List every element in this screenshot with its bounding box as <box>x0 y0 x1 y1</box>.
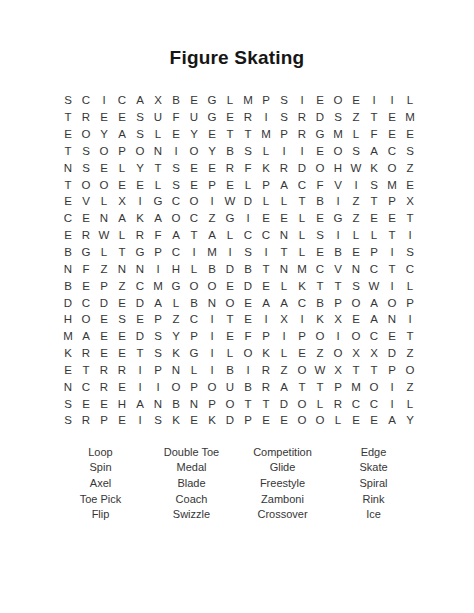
grid-cell: M <box>401 109 419 126</box>
grid-cell: T <box>311 277 329 294</box>
grid-cell: D <box>95 294 113 311</box>
grid-cell: I <box>185 244 203 261</box>
grid-cell: S <box>401 244 419 261</box>
grid-cell: A <box>149 294 167 311</box>
grid-cell: P <box>365 244 383 261</box>
grid-cell: P <box>383 362 401 379</box>
grid-cell: I <box>131 193 149 210</box>
grid-cell: B <box>311 193 329 210</box>
grid-cell: E <box>59 227 77 244</box>
grid-cell: I <box>329 193 347 210</box>
grid-cell: P <box>257 328 275 345</box>
grid-cell: E <box>203 159 221 176</box>
grid-cell: I <box>257 244 275 261</box>
grid-cell: S <box>329 109 347 126</box>
grid-cell: N <box>59 260 77 277</box>
grid-cell: K <box>293 277 311 294</box>
word-list-item: Coach <box>146 491 237 507</box>
grid-cell: T <box>239 126 257 143</box>
grid-cell: B <box>203 260 221 277</box>
grid-cell: D <box>221 260 239 277</box>
grid-cell: E <box>113 109 131 126</box>
grid-cell: C <box>185 311 203 328</box>
grid-cell: Z <box>311 345 329 362</box>
grid-cell: O <box>185 193 203 210</box>
grid-cell: E <box>257 277 275 294</box>
grid-cell: L <box>185 362 203 379</box>
grid-cell: E <box>401 176 419 193</box>
grid-cell: I <box>203 362 221 379</box>
grid-cell: G <box>221 210 239 227</box>
word-list-item: Spin <box>55 460 146 476</box>
grid-cell: O <box>311 159 329 176</box>
grid-cell: A <box>365 294 383 311</box>
grid-cell: F <box>239 159 257 176</box>
grid-cell: A <box>77 328 95 345</box>
grid-cell: B <box>329 244 347 261</box>
grid-cell: T <box>149 159 167 176</box>
grid-cell: R <box>113 362 131 379</box>
grid-cell: E <box>311 210 329 227</box>
grid-cell: E <box>95 345 113 362</box>
word-list-item: Blade <box>146 475 237 491</box>
grid-cell: D <box>383 345 401 362</box>
grid-cell: L <box>275 345 293 362</box>
grid-cell: O <box>347 328 365 345</box>
word-list: LoopDouble ToeCompetitionEdgeSpinMedalGl… <box>55 444 419 522</box>
grid-cell: C <box>311 260 329 277</box>
grid-cell: N <box>347 260 365 277</box>
grid-cell: G <box>185 345 203 362</box>
grid-cell: I <box>239 210 257 227</box>
grid-cell: Z <box>401 378 419 395</box>
grid-cell: A <box>203 227 221 244</box>
grid-cell: I <box>203 311 221 328</box>
grid-cell: L <box>293 210 311 227</box>
grid-cell: K <box>167 345 185 362</box>
grid-cell: L <box>257 193 275 210</box>
grid-cell: S <box>59 412 77 429</box>
grid-cell: P <box>149 244 167 261</box>
grid-cell: S <box>131 109 149 126</box>
grid-cell: O <box>167 210 185 227</box>
grid-cell: Z <box>95 260 113 277</box>
grid-cell: E <box>221 328 239 345</box>
grid-cell: B <box>221 143 239 160</box>
grid-cell: S <box>311 227 329 244</box>
grid-cell: C <box>131 277 149 294</box>
word-search-grid: SCICAXBEGLMPSIEOEIILTREESUFUGERISRDSZTEM… <box>59 92 419 429</box>
grid-cell: A <box>383 412 401 429</box>
grid-cell: N <box>275 260 293 277</box>
grid-cell: I <box>275 143 293 160</box>
grid-cell: C <box>257 227 275 244</box>
grid-cell: O <box>167 378 185 395</box>
grid-cell: E <box>131 176 149 193</box>
grid-cell: B <box>239 260 257 277</box>
grid-cell: C <box>293 294 311 311</box>
grid-cell: L <box>311 395 329 412</box>
word-list-item: Ice <box>328 506 419 522</box>
grid-cell: R <box>95 378 113 395</box>
grid-cell: S <box>149 328 167 345</box>
grid-cell: L <box>347 227 365 244</box>
word-list-item: Medal <box>146 460 237 476</box>
grid-cell: O <box>347 294 365 311</box>
grid-cell: L <box>113 227 131 244</box>
grid-cell: D <box>131 294 149 311</box>
grid-cell: E <box>59 193 77 210</box>
grid-cell: I <box>383 92 401 109</box>
grid-cell: E <box>347 412 365 429</box>
grid-cell: F <box>365 126 383 143</box>
grid-cell: B <box>59 244 77 261</box>
grid-cell: I <box>95 92 113 109</box>
grid-cell: E <box>347 311 365 328</box>
grid-cell: P <box>185 328 203 345</box>
word-list-item: Double Toe <box>146 444 237 460</box>
grid-cell: S <box>167 159 185 176</box>
grid-cell: Z <box>347 210 365 227</box>
grid-cell: B <box>167 92 185 109</box>
grid-cell: F <box>149 227 167 244</box>
grid-cell: E <box>239 311 257 328</box>
grid-cell: R <box>275 159 293 176</box>
grid-cell: Z <box>347 109 365 126</box>
grid-cell: Z <box>203 210 221 227</box>
grid-cell: E <box>275 210 293 227</box>
grid-cell: N <box>383 311 401 328</box>
grid-cell: Y <box>203 143 221 160</box>
grid-cell: I <box>293 311 311 328</box>
grid-cell: R <box>77 109 95 126</box>
grid-cell: O <box>185 143 203 160</box>
grid-cell: Y <box>167 328 185 345</box>
grid-cell: M <box>383 176 401 193</box>
grid-cell: E <box>275 412 293 429</box>
grid-cell: E <box>401 126 419 143</box>
grid-cell: K <box>167 412 185 429</box>
grid-cell: R <box>257 362 275 379</box>
grid-cell: L <box>167 294 185 311</box>
grid-cell: D <box>221 412 239 429</box>
grid-cell: T <box>59 143 77 160</box>
grid-cell: L <box>347 126 365 143</box>
grid-cell: E <box>383 126 401 143</box>
grid-cell: L <box>329 412 347 429</box>
grid-cell: L <box>275 277 293 294</box>
grid-cell: N <box>95 210 113 227</box>
grid-cell: E <box>95 328 113 345</box>
grid-cell: B <box>221 362 239 379</box>
grid-cell: P <box>95 277 113 294</box>
grid-cell: C <box>59 210 77 227</box>
grid-cell: E <box>185 92 203 109</box>
grid-cell: C <box>77 378 95 395</box>
grid-cell: E <box>311 143 329 160</box>
grid-cell: B <box>167 395 185 412</box>
grid-cell: T <box>365 193 383 210</box>
grid-cell: P <box>329 378 347 395</box>
grid-cell: O <box>95 143 113 160</box>
grid-cell: W <box>311 362 329 379</box>
grid-cell: L <box>221 92 239 109</box>
grid-cell: T <box>221 311 239 328</box>
grid-cell: T <box>365 362 383 379</box>
grid-cell: W <box>221 193 239 210</box>
grid-cell: S <box>239 244 257 261</box>
grid-cell: R <box>77 227 95 244</box>
grid-cell: I <box>329 227 347 244</box>
grid-cell: M <box>239 92 257 109</box>
grid-cell: T <box>221 126 239 143</box>
grid-cell: G <box>329 210 347 227</box>
grid-cell: S <box>347 143 365 160</box>
grid-cell: E <box>347 244 365 261</box>
grid-cell: S <box>347 277 365 294</box>
grid-cell: E <box>185 412 203 429</box>
grid-cell: K <box>311 311 329 328</box>
word-list-item: Glide <box>237 460 328 476</box>
grid-cell: L <box>113 159 131 176</box>
grid-cell: L <box>293 227 311 244</box>
grid-cell: I <box>221 244 239 261</box>
grid-cell: P <box>185 378 203 395</box>
grid-cell: O <box>293 362 311 379</box>
grid-cell: E <box>77 210 95 227</box>
grid-cell: K <box>203 412 221 429</box>
grid-cell: V <box>329 260 347 277</box>
grid-cell: R <box>329 395 347 412</box>
grid-cell: I <box>275 328 293 345</box>
grid-cell: E <box>185 176 203 193</box>
grid-cell: A <box>365 143 383 160</box>
grid-cell: L <box>239 176 257 193</box>
grid-cell: P <box>203 395 221 412</box>
grid-cell: F <box>239 328 257 345</box>
grid-cell: L <box>257 143 275 160</box>
grid-cell: E <box>113 412 131 429</box>
grid-cell: X <box>113 193 131 210</box>
grid-cell: Y <box>131 159 149 176</box>
grid-cell: P <box>113 143 131 160</box>
grid-cell: U <box>221 378 239 395</box>
word-list-item: Rink <box>328 491 419 507</box>
grid-cell: T <box>185 227 203 244</box>
grid-cell: Z <box>401 345 419 362</box>
grid-cell: I <box>239 362 257 379</box>
grid-cell: S <box>401 143 419 160</box>
grid-cell: C <box>77 294 95 311</box>
grid-cell: N <box>167 362 185 379</box>
grid-cell: L <box>95 193 113 210</box>
grid-cell: T <box>383 260 401 277</box>
grid-cell: E <box>293 345 311 362</box>
grid-cell: L <box>185 260 203 277</box>
grid-cell: I <box>401 227 419 244</box>
grid-cell: L <box>365 227 383 244</box>
grid-cell: W <box>365 277 383 294</box>
grid-cell: V <box>77 193 95 210</box>
grid-cell: A <box>365 311 383 328</box>
grid-cell: P <box>149 362 167 379</box>
grid-cell: O <box>329 143 347 160</box>
grid-cell: Z <box>401 159 419 176</box>
grid-cell: E <box>383 210 401 227</box>
grid-cell: K <box>365 159 383 176</box>
grid-cell: T <box>383 227 401 244</box>
grid-cell: E <box>95 159 113 176</box>
grid-cell: A <box>257 294 275 311</box>
grid-cell: X <box>401 193 419 210</box>
grid-cell: E <box>167 126 185 143</box>
grid-cell: V <box>329 176 347 193</box>
grid-cell: Z <box>167 311 185 328</box>
grid-cell: Z <box>275 362 293 379</box>
word-list-item: Edge <box>328 444 419 460</box>
grid-cell: C <box>365 328 383 345</box>
grid-cell: Y <box>401 412 419 429</box>
grid-cell: P <box>293 328 311 345</box>
grid-cell: D <box>239 193 257 210</box>
grid-cell: D <box>293 159 311 176</box>
grid-cell: L <box>221 345 239 362</box>
grid-cell: E <box>383 328 401 345</box>
grid-cell: A <box>131 395 149 412</box>
grid-cell: X <box>275 311 293 328</box>
grid-cell: S <box>77 159 95 176</box>
grid-cell: Z <box>347 193 365 210</box>
grid-cell: L <box>401 395 419 412</box>
grid-cell: I <box>383 395 401 412</box>
grid-cell: R <box>221 159 239 176</box>
grid-cell: C <box>383 143 401 160</box>
grid-cell: I <box>329 328 347 345</box>
grid-cell: D <box>59 294 77 311</box>
grid-cell: K <box>59 345 77 362</box>
grid-cell: N <box>113 260 131 277</box>
grid-cell: N <box>275 227 293 244</box>
word-list-item: Freestyle <box>237 475 328 491</box>
grid-cell: P <box>401 294 419 311</box>
grid-cell: R <box>257 378 275 395</box>
grid-cell: O <box>401 362 419 379</box>
grid-cell: D <box>311 109 329 126</box>
grid-cell: E <box>95 109 113 126</box>
grid-cell: D <box>131 328 149 345</box>
word-list-item: Crossover <box>237 506 328 522</box>
grid-cell: N <box>185 395 203 412</box>
grid-cell: I <box>149 378 167 395</box>
grid-cell: M <box>149 277 167 294</box>
grid-cell: E <box>311 244 329 261</box>
word-list-item: Toe Pick <box>55 491 146 507</box>
grid-cell: H <box>59 311 77 328</box>
grid-cell: T <box>275 244 293 261</box>
word-list-item: Zamboni <box>237 491 328 507</box>
grid-cell: P <box>203 176 221 193</box>
grid-cell: T <box>257 260 275 277</box>
grid-cell: X <box>347 345 365 362</box>
grid-cell: B <box>185 294 203 311</box>
grid-cell: A <box>275 378 293 395</box>
grid-cell: M <box>203 244 221 261</box>
grid-cell: C <box>401 260 419 277</box>
grid-cell: E <box>77 277 95 294</box>
grid-cell: E <box>185 159 203 176</box>
grid-cell: T <box>59 176 77 193</box>
grid-cell: E <box>95 395 113 412</box>
grid-cell: L <box>293 244 311 261</box>
grid-cell: X <box>329 362 347 379</box>
grid-cell: H <box>329 159 347 176</box>
grid-cell: I <box>149 260 167 277</box>
grid-cell: S <box>239 143 257 160</box>
grid-cell: O <box>221 395 239 412</box>
grid-cell: P <box>95 412 113 429</box>
grid-cell: I <box>131 378 149 395</box>
grid-cell: I <box>293 143 311 160</box>
grid-cell: O <box>221 294 239 311</box>
grid-cell: X <box>365 345 383 362</box>
grid-cell: R <box>77 345 95 362</box>
grid-cell: T <box>329 277 347 294</box>
grid-cell: O <box>203 378 221 395</box>
grid-cell: E <box>203 126 221 143</box>
grid-cell: B <box>239 378 257 395</box>
grid-cell: L <box>275 193 293 210</box>
grid-cell: I <box>131 362 149 379</box>
grid-cell: N <box>203 294 221 311</box>
grid-cell: T <box>293 193 311 210</box>
grid-cell: N <box>149 143 167 160</box>
grid-cell: K <box>257 345 275 362</box>
grid-cell: O <box>383 159 401 176</box>
grid-cell: O <box>77 311 95 328</box>
grid-cell: S <box>59 92 77 109</box>
grid-cell: G <box>131 244 149 261</box>
grid-cell: O <box>185 277 203 294</box>
grid-cell: G <box>167 277 185 294</box>
grid-cell: R <box>239 109 257 126</box>
grid-cell: E <box>113 328 131 345</box>
grid-cell: O <box>311 412 329 429</box>
grid-cell: E <box>311 92 329 109</box>
grid-cell: P <box>149 311 167 328</box>
word-list-item: Competition <box>237 444 328 460</box>
grid-cell: E <box>113 176 131 193</box>
grid-cell: R <box>77 412 95 429</box>
grid-cell: I <box>365 92 383 109</box>
grid-cell: E <box>131 311 149 328</box>
grid-cell: O <box>383 294 401 311</box>
grid-cell: C <box>365 260 383 277</box>
grid-cell: P <box>257 92 275 109</box>
grid-cell: T <box>347 362 365 379</box>
grid-cell: M <box>59 328 77 345</box>
grid-cell: K <box>131 210 149 227</box>
grid-cell: A <box>275 294 293 311</box>
grid-cell: O <box>329 345 347 362</box>
grid-cell: E <box>257 210 275 227</box>
grid-cell: O <box>329 92 347 109</box>
grid-cell: T <box>365 109 383 126</box>
grid-cell: E <box>59 362 77 379</box>
grid-cell: N <box>131 260 149 277</box>
grid-cell: G <box>149 193 167 210</box>
grid-cell: E <box>113 294 131 311</box>
grid-cell: T <box>311 378 329 395</box>
